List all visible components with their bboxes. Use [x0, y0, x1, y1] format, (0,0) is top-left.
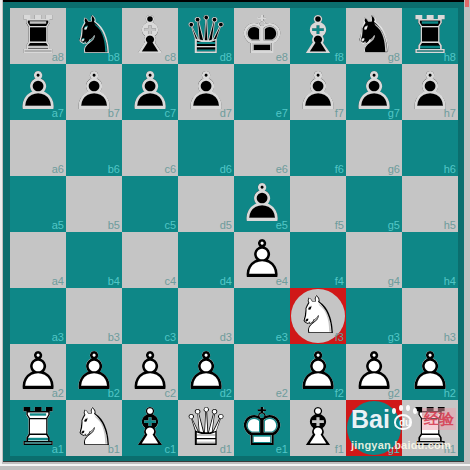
square-c6[interactable]: c6 [122, 120, 178, 176]
chess-app-window: a8♜♖b8♞♘c8♝♗d8♛♕e8♚♔f8♝♗g8♞♘h8♜♖a7♟♙b7♟♙… [0, 0, 470, 470]
square-d4[interactable]: d4 [178, 232, 234, 288]
square-a2[interactable]: a2♟♙ [10, 344, 66, 400]
baidu-logo: Bai du 经验 [351, 402, 456, 436]
square-d7[interactable]: d7♟♙ [178, 64, 234, 120]
square-b5[interactable]: b5 [66, 176, 122, 232]
square-e8[interactable]: e8♚♔ [234, 8, 290, 64]
square-b8[interactable]: b8♞♘ [66, 8, 122, 64]
black-pawn[interactable]: ♟♙ [10, 64, 66, 120]
square-h4[interactable]: h4 [402, 232, 458, 288]
square-b2[interactable]: b2♟♙ [66, 344, 122, 400]
baidu-watermark: Bai du 经验 jingyan.baidu.com [351, 402, 456, 451]
coord-label-d5: d5 [220, 220, 232, 231]
baidu-paw-icon: du [391, 404, 419, 434]
square-f2[interactable]: f2♟♙ [290, 344, 346, 400]
coord-label-g6: g6 [388, 164, 400, 175]
piece-outline-glyph: ♕ [178, 400, 234, 456]
piece-outline-glyph: ♘ [290, 288, 346, 344]
piece-outline-glyph: ♙ [66, 64, 122, 120]
black-pawn[interactable]: ♟♙ [66, 64, 122, 120]
square-c1[interactable]: c1♝♗ [122, 400, 178, 456]
square-d3[interactable]: d3 [178, 288, 234, 344]
black-bishop[interactable]: ♝♗ [122, 8, 178, 64]
square-g2[interactable]: g2♟♙ [346, 344, 402, 400]
coord-label-c5: c5 [164, 220, 176, 231]
coord-label-f5: f5 [335, 220, 344, 231]
square-h2[interactable]: h2♟♙ [402, 344, 458, 400]
white-pawn[interactable]: ♟♙ [178, 344, 234, 400]
square-f4[interactable]: f4 [290, 232, 346, 288]
square-e6[interactable]: e6 [234, 120, 290, 176]
piece-outline-glyph: ♙ [122, 64, 178, 120]
coord-label-d4: d4 [220, 276, 232, 287]
piece-outline-glyph: ♘ [66, 400, 122, 456]
coord-label-b5: b5 [108, 220, 120, 231]
coord-label-g5: g5 [388, 220, 400, 231]
square-b1[interactable]: b1♞♘ [66, 400, 122, 456]
square-a8[interactable]: a8♜♖ [10, 8, 66, 64]
coord-label-f6: f6 [335, 164, 344, 175]
piece-outline-glyph: ♕ [178, 8, 234, 64]
square-f7[interactable]: f7♟♙ [290, 64, 346, 120]
white-bishop[interactable]: ♝♗ [290, 400, 346, 456]
white-queen[interactable]: ♛♕ [178, 400, 234, 456]
square-c8[interactable]: c8♝♗ [122, 8, 178, 64]
window-corner-artifact [465, 0, 469, 7]
coord-label-d6: d6 [220, 164, 232, 175]
square-c5[interactable]: c5 [122, 176, 178, 232]
square-a7[interactable]: a7♟♙ [10, 64, 66, 120]
square-a1[interactable]: a1♜♖ [10, 400, 66, 456]
white-pawn[interactable]: ♟♙ [346, 344, 402, 400]
baidu-logo-text: Bai [351, 405, 390, 434]
square-e4[interactable]: e4♟♙ [234, 232, 290, 288]
square-f8[interactable]: f8♝♗ [290, 8, 346, 64]
white-pawn[interactable]: ♟♙ [10, 344, 66, 400]
piece-outline-glyph: ♙ [290, 344, 346, 400]
black-knight[interactable]: ♞♘ [66, 8, 122, 64]
piece-outline-glyph: ♙ [346, 344, 402, 400]
square-f1[interactable]: f1♝♗ [290, 400, 346, 456]
square-g4[interactable]: g4 [346, 232, 402, 288]
square-d6[interactable]: d6 [178, 120, 234, 176]
coord-label-h4: h4 [444, 276, 456, 287]
coord-label-b6: b6 [108, 164, 120, 175]
black-rook[interactable]: ♜♖ [402, 8, 458, 64]
piece-outline-glyph: ♔ [234, 8, 290, 64]
square-g5[interactable]: g5 [346, 176, 402, 232]
square-d1[interactable]: d1♛♕ [178, 400, 234, 456]
coord-label-h5: h5 [444, 220, 456, 231]
piece-outline-glyph: ♘ [66, 8, 122, 64]
piece-outline-glyph: ♔ [234, 400, 290, 456]
square-h3[interactable]: h3 [402, 288, 458, 344]
piece-outline-glyph: ♙ [10, 64, 66, 120]
piece-outline-glyph: ♖ [402, 8, 458, 64]
white-pawn[interactable]: ♟♙ [402, 344, 458, 400]
square-b7[interactable]: b7♟♙ [66, 64, 122, 120]
square-c3[interactable]: c3 [122, 288, 178, 344]
piece-outline-glyph: ♙ [234, 232, 290, 288]
square-b3[interactable]: b3 [66, 288, 122, 344]
piece-outline-glyph: ♘ [346, 8, 402, 64]
window-left-edge [0, 0, 2, 464]
white-pawn[interactable]: ♟♙ [234, 232, 290, 288]
white-pawn[interactable]: ♟♙ [122, 344, 178, 400]
piece-outline-glyph: ♙ [346, 64, 402, 120]
piece-outline-glyph: ♙ [66, 344, 122, 400]
piece-outline-glyph: ♗ [290, 8, 346, 64]
black-pawn[interactable]: ♟♙ [122, 64, 178, 120]
square-f6[interactable]: f6 [290, 120, 346, 176]
square-d8[interactable]: d8♛♕ [178, 8, 234, 64]
black-pawn[interactable]: ♟♙ [290, 64, 346, 120]
square-g8[interactable]: g8♞♘ [346, 8, 402, 64]
piece-outline-glyph: ♗ [122, 8, 178, 64]
square-f5[interactable]: f5 [290, 176, 346, 232]
black-pawn[interactable]: ♟♙ [346, 64, 402, 120]
white-bishop[interactable]: ♝♗ [122, 400, 178, 456]
black-bishop[interactable]: ♝♗ [290, 8, 346, 64]
piece-outline-glyph: ♙ [178, 64, 234, 120]
square-h6[interactable]: h6 [402, 120, 458, 176]
square-g6[interactable]: g6 [346, 120, 402, 176]
watermark-url: jingyan.baidu.com [351, 439, 456, 451]
black-pawn[interactable]: ♟♙ [178, 64, 234, 120]
piece-outline-glyph: ♙ [10, 344, 66, 400]
square-g3[interactable]: g3 [346, 288, 402, 344]
paw-toes-icon [392, 408, 396, 414]
piece-outline-glyph: ♙ [290, 64, 346, 120]
white-pawn[interactable]: ♟♙ [66, 344, 122, 400]
coord-label-b4: b4 [108, 276, 120, 287]
coord-label-c6: c6 [164, 164, 176, 175]
square-a6[interactable]: a6 [10, 120, 66, 176]
square-d5[interactable]: d5 [178, 176, 234, 232]
piece-outline-glyph: ♙ [402, 344, 458, 400]
baidu-logo-du-text: du [399, 417, 411, 428]
square-e2[interactable]: e2 [234, 344, 290, 400]
square-d2[interactable]: d2♟♙ [178, 344, 234, 400]
square-a3[interactable]: a3 [10, 288, 66, 344]
coord-label-a4: a4 [52, 276, 64, 287]
square-c7[interactable]: c7♟♙ [122, 64, 178, 120]
white-knight[interactable]: ♞♘ [290, 288, 346, 344]
square-e7[interactable]: e7 [234, 64, 290, 120]
piece-outline-glyph: ♗ [290, 400, 346, 456]
white-rook[interactable]: ♜♖ [10, 400, 66, 456]
black-queen[interactable]: ♛♕ [178, 8, 234, 64]
black-king[interactable]: ♚♔ [234, 8, 290, 64]
coord-label-e3: e3 [276, 332, 288, 343]
white-pawn[interactable]: ♟♙ [290, 344, 346, 400]
coord-label-a5: a5 [52, 220, 64, 231]
piece-outline-glyph: ♖ [10, 8, 66, 64]
piece-outline-glyph: ♙ [122, 344, 178, 400]
window-bottom-highlight [0, 464, 470, 466]
piece-outline-glyph: ♖ [10, 400, 66, 456]
square-h5[interactable]: h5 [402, 176, 458, 232]
coord-label-e7: e7 [276, 108, 288, 119]
coord-label-a6: a6 [52, 164, 64, 175]
square-h8[interactable]: h8♜♖ [402, 8, 458, 64]
square-e3[interactable]: e3 [234, 288, 290, 344]
black-rook[interactable]: ♜♖ [10, 8, 66, 64]
square-c4[interactable]: c4 [122, 232, 178, 288]
square-e5[interactable]: e5♟♙ [234, 176, 290, 232]
white-knight[interactable]: ♞♘ [66, 400, 122, 456]
square-b6[interactable]: b6 [66, 120, 122, 176]
square-c2[interactable]: c2♟♙ [122, 344, 178, 400]
piece-outline-glyph: ♗ [122, 400, 178, 456]
coord-label-g4: g4 [388, 276, 400, 287]
square-f3[interactable]: f3♞♘ [290, 288, 346, 344]
piece-outline-glyph: ♙ [178, 344, 234, 400]
square-e1[interactable]: e1♚♔ [234, 400, 290, 456]
coord-label-c4: c4 [164, 276, 176, 287]
black-pawn[interactable]: ♟♙ [234, 176, 290, 232]
chess-board: a8♜♖b8♞♘c8♝♗d8♛♕e8♚♔f8♝♗g8♞♘h8♜♖a7♟♙b7♟♙… [10, 8, 458, 456]
piece-outline-glyph: ♙ [234, 176, 290, 232]
white-king[interactable]: ♚♔ [234, 400, 290, 456]
black-pawn[interactable]: ♟♙ [402, 64, 458, 120]
square-h7[interactable]: h7♟♙ [402, 64, 458, 120]
coord-label-h6: h6 [444, 164, 456, 175]
piece-outline-glyph: ♙ [402, 64, 458, 120]
jingyan-badge: 经验 [422, 408, 456, 429]
black-knight[interactable]: ♞♘ [346, 8, 402, 64]
square-a4[interactable]: a4 [10, 232, 66, 288]
square-a5[interactable]: a5 [10, 176, 66, 232]
square-b4[interactable]: b4 [66, 232, 122, 288]
square-g7[interactable]: g7♟♙ [346, 64, 402, 120]
